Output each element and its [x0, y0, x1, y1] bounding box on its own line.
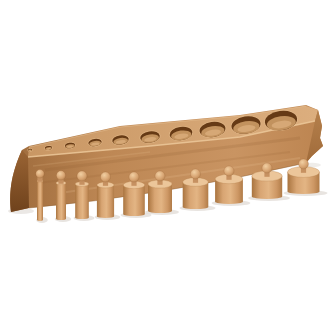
cylinder-knob [191, 169, 201, 179]
cylinder-knob [224, 166, 234, 176]
cylinder-knob [155, 171, 165, 181]
cylinder-body [123, 185, 145, 216]
cylinder-knob [36, 170, 44, 178]
cylinder-knob [299, 159, 309, 169]
product-photo-frame [0, 0, 333, 333]
cylinder-body [56, 183, 66, 220]
cylinder-body [37, 181, 43, 221]
cylinder-knob [77, 171, 87, 181]
cylinder-knob [101, 172, 111, 182]
cylinder-body [97, 185, 114, 218]
cylinder-knob [129, 172, 139, 182]
block-left-end [10, 150, 29, 212]
cylinder-knob [56, 171, 65, 180]
cylinder-block-photo [0, 0, 333, 333]
socket-hole-1 [27, 148, 33, 152]
cylinder-body [75, 184, 89, 219]
cylinder-knob [262, 163, 272, 173]
